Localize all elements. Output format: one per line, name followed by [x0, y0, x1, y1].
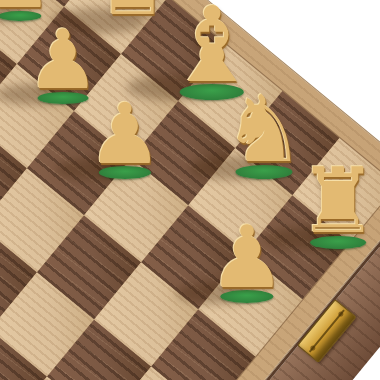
piece-white-pawn-g2[interactable]: ♟	[83, 92, 167, 176]
pawn-glyph: ♟	[204, 214, 290, 300]
chess-board-photo: ♟♛♟♝♞♟♜♟	[0, 0, 380, 380]
rook-glyph: ♜	[293, 156, 380, 246]
piece-white-pawn-g1[interactable]: ♟	[204, 214, 290, 300]
piece-white-rook-h1[interactable]: ♜	[293, 156, 380, 246]
pawn-glyph: ♟	[83, 92, 167, 176]
